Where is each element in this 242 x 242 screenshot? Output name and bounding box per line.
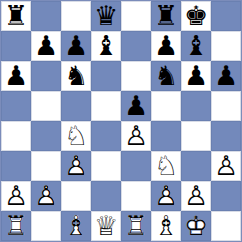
black-piece-glyph: ♟ [211, 60, 241, 90]
square-e4[interactable]: ♟♙ [121, 121, 151, 151]
square-h7[interactable] [211, 31, 241, 61]
square-h1[interactable] [211, 211, 241, 241]
black-piece-glyph: ♜ [151, 0, 181, 30]
square-a7[interactable] [1, 31, 31, 61]
piece-white-pawn[interactable]: ♟♙ [211, 151, 241, 181]
square-g4[interactable] [181, 121, 211, 151]
piece-white-pawn[interactable]: ♟♙ [121, 121, 151, 151]
square-g3[interactable] [181, 151, 211, 181]
square-a8[interactable]: ♜ [1, 1, 31, 31]
square-e6[interactable] [121, 61, 151, 91]
piece-black-pawn[interactable]: ♟ [61, 31, 91, 61]
square-c7[interactable]: ♟ [61, 31, 91, 61]
piece-white-bishop[interactable]: ♝♗ [151, 211, 181, 241]
square-h6[interactable]: ♟ [211, 61, 241, 91]
square-g2[interactable]: ♟♙ [181, 181, 211, 211]
square-d7[interactable]: ♝ [91, 31, 121, 61]
square-d1[interactable]: ♛♕ [91, 211, 121, 241]
black-piece-glyph: ♞ [151, 60, 181, 90]
white-piece-outline: ♙ [121, 120, 151, 150]
square-c3[interactable]: ♟♙ [61, 151, 91, 181]
square-b2[interactable]: ♟♙ [31, 181, 61, 211]
white-piece-outline: ♘ [151, 150, 181, 180]
piece-white-queen[interactable]: ♛♕ [91, 211, 121, 241]
piece-black-rook[interactable]: ♜ [151, 1, 181, 31]
black-piece-glyph: ♟ [121, 90, 151, 120]
square-e3[interactable] [121, 151, 151, 181]
piece-white-rook[interactable]: ♜♖ [121, 211, 151, 241]
square-b6[interactable] [31, 61, 61, 91]
white-piece-outline: ♙ [61, 150, 91, 180]
black-piece-glyph: ♟ [151, 30, 181, 60]
square-h8[interactable] [211, 1, 241, 31]
square-b4[interactable] [31, 121, 61, 151]
white-piece-outline: ♗ [151, 210, 181, 240]
piece-black-knight[interactable]: ♞ [61, 61, 91, 91]
square-f4[interactable] [151, 121, 181, 151]
piece-black-bishop[interactable]: ♝ [181, 31, 211, 61]
square-d4[interactable] [91, 121, 121, 151]
white-piece-outline: ♙ [1, 180, 31, 210]
square-d3[interactable] [91, 151, 121, 181]
square-a5[interactable] [1, 91, 31, 121]
square-f1[interactable]: ♝♗ [151, 211, 181, 241]
square-g5[interactable] [181, 91, 211, 121]
piece-white-bishop[interactable]: ♝♗ [61, 211, 91, 241]
square-e1[interactable]: ♜♖ [121, 211, 151, 241]
square-f3[interactable]: ♞♘ [151, 151, 181, 181]
square-b8[interactable] [31, 1, 61, 31]
piece-white-pawn[interactable]: ♟♙ [181, 181, 211, 211]
black-piece-glyph: ♞ [61, 60, 91, 90]
square-e5[interactable]: ♟ [121, 91, 151, 121]
square-b3[interactable] [31, 151, 61, 181]
piece-white-knight[interactable]: ♞♘ [61, 121, 91, 151]
square-g7[interactable]: ♝ [181, 31, 211, 61]
square-f7[interactable]: ♟ [151, 31, 181, 61]
piece-black-queen[interactable]: ♛ [91, 1, 121, 31]
white-piece-outline: ♖ [1, 210, 31, 240]
white-piece-outline: ♔ [181, 210, 211, 240]
piece-black-pawn[interactable]: ♟ [121, 91, 151, 121]
square-c8[interactable] [61, 1, 91, 31]
piece-black-king[interactable]: ♚ [181, 1, 211, 31]
chess-board: ♜♛♜♚♟♟♝♟♝♟♞♞♟♟♟♞♘♟♙♟♙♞♘♟♙♟♙♟♙♟♙♟♙♜♖♝♗♛♕♜… [0, 0, 242, 242]
square-b5[interactable] [31, 91, 61, 121]
square-f5[interactable] [151, 91, 181, 121]
black-piece-glyph: ♟ [1, 60, 31, 90]
square-b1[interactable] [31, 211, 61, 241]
piece-white-king[interactable]: ♚♔ [181, 211, 211, 241]
square-g1[interactable]: ♚♔ [181, 211, 211, 241]
square-f6[interactable]: ♞ [151, 61, 181, 91]
square-e8[interactable] [121, 1, 151, 31]
white-piece-outline: ♖ [121, 210, 151, 240]
square-b7[interactable]: ♟ [31, 31, 61, 61]
square-a3[interactable] [1, 151, 31, 181]
black-piece-glyph: ♝ [91, 30, 121, 60]
square-d6[interactable] [91, 61, 121, 91]
white-piece-outline: ♙ [181, 180, 211, 210]
square-d2[interactable] [91, 181, 121, 211]
square-c1[interactable]: ♝♗ [61, 211, 91, 241]
square-f8[interactable]: ♜ [151, 1, 181, 31]
square-h3[interactable]: ♟♙ [211, 151, 241, 181]
square-a4[interactable] [1, 121, 31, 151]
white-piece-outline: ♘ [61, 120, 91, 150]
piece-black-knight[interactable]: ♞ [151, 61, 181, 91]
black-piece-glyph: ♜ [1, 0, 31, 30]
square-h2[interactable] [211, 181, 241, 211]
square-c6[interactable]: ♞ [61, 61, 91, 91]
square-a1[interactable]: ♜♖ [1, 211, 31, 241]
piece-black-pawn[interactable]: ♟ [1, 61, 31, 91]
piece-black-bishop[interactable]: ♝ [91, 31, 121, 61]
piece-black-pawn[interactable]: ♟ [211, 61, 241, 91]
piece-white-pawn[interactable]: ♟♙ [61, 151, 91, 181]
piece-white-pawn[interactable]: ♟♙ [31, 181, 61, 211]
square-e2[interactable] [121, 181, 151, 211]
white-piece-outline: ♙ [211, 150, 241, 180]
white-piece-outline: ♕ [91, 210, 121, 240]
piece-white-rook[interactable]: ♜♖ [1, 211, 31, 241]
square-c5[interactable] [61, 91, 91, 121]
black-piece-glyph: ♝ [181, 30, 211, 60]
piece-white-pawn[interactable]: ♟♙ [1, 181, 31, 211]
piece-black-pawn[interactable]: ♟ [31, 31, 61, 61]
square-h4[interactable] [211, 121, 241, 151]
square-e7[interactable] [121, 31, 151, 61]
white-piece-outline: ♙ [31, 180, 61, 210]
black-piece-glyph: ♟ [61, 30, 91, 60]
white-piece-outline: ♗ [61, 210, 91, 240]
white-piece-outline: ♙ [151, 180, 181, 210]
square-a6[interactable]: ♟ [1, 61, 31, 91]
square-c2[interactable] [61, 181, 91, 211]
black-piece-glyph: ♛ [91, 0, 121, 30]
square-f2[interactable]: ♟♙ [151, 181, 181, 211]
square-g6[interactable]: ♟ [181, 61, 211, 91]
square-a2[interactable]: ♟♙ [1, 181, 31, 211]
black-piece-glyph: ♟ [181, 60, 211, 90]
square-g8[interactable]: ♚ [181, 1, 211, 31]
piece-white-pawn[interactable]: ♟♙ [151, 181, 181, 211]
piece-black-pawn[interactable]: ♟ [151, 31, 181, 61]
piece-black-rook[interactable]: ♜ [1, 1, 31, 31]
black-piece-glyph: ♟ [31, 30, 61, 60]
piece-black-pawn[interactable]: ♟ [181, 61, 211, 91]
black-piece-glyph: ♚ [181, 0, 211, 30]
square-d5[interactable] [91, 91, 121, 121]
piece-white-knight[interactable]: ♞♘ [151, 151, 181, 181]
square-c4[interactable]: ♞♘ [61, 121, 91, 151]
square-h5[interactable] [211, 91, 241, 121]
square-d8[interactable]: ♛ [91, 1, 121, 31]
